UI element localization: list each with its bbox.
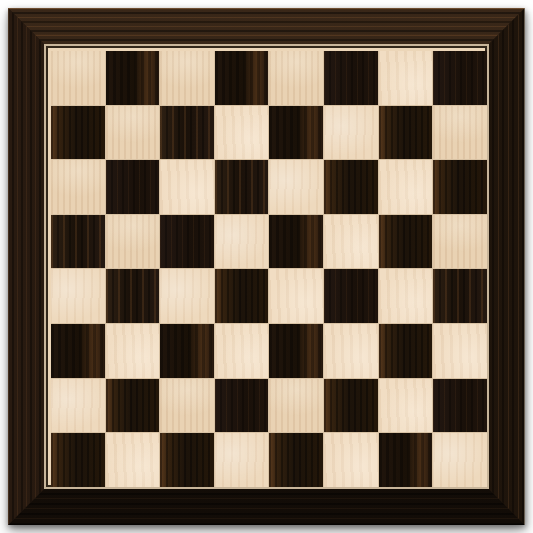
square-e5[interactable]: [269, 215, 323, 269]
square-d5[interactable]: [215, 215, 269, 269]
square-g4[interactable]: [379, 269, 433, 323]
square-g7[interactable]: [379, 106, 433, 160]
square-h7[interactable]: [433, 106, 487, 160]
square-a2[interactable]: [51, 379, 105, 433]
square-h2[interactable]: [433, 379, 487, 433]
square-b1[interactable]: [106, 433, 160, 487]
square-g1[interactable]: [379, 433, 433, 487]
square-a8[interactable]: [51, 51, 105, 105]
square-a5[interactable]: [51, 215, 105, 269]
square-e3[interactable]: [269, 324, 323, 378]
square-b8[interactable]: [106, 51, 160, 105]
square-d6[interactable]: [215, 160, 269, 214]
square-g5[interactable]: [379, 215, 433, 269]
square-a3[interactable]: [51, 324, 105, 378]
square-b7[interactable]: [106, 106, 160, 160]
square-h8[interactable]: [433, 51, 487, 105]
square-e7[interactable]: [269, 106, 323, 160]
square-f5[interactable]: [324, 215, 378, 269]
square-g2[interactable]: [379, 379, 433, 433]
square-c5[interactable]: [160, 215, 214, 269]
square-h4[interactable]: [433, 269, 487, 323]
square-e2[interactable]: [269, 379, 323, 433]
square-a4[interactable]: [51, 269, 105, 323]
square-g8[interactable]: [379, 51, 433, 105]
page-background: [0, 0, 533, 533]
square-c2[interactable]: [160, 379, 214, 433]
square-c4[interactable]: [160, 269, 214, 323]
square-f1[interactable]: [324, 433, 378, 487]
square-e6[interactable]: [269, 160, 323, 214]
square-f2[interactable]: [324, 379, 378, 433]
square-b2[interactable]: [106, 379, 160, 433]
square-c1[interactable]: [160, 433, 214, 487]
square-e4[interactable]: [269, 269, 323, 323]
square-c3[interactable]: [160, 324, 214, 378]
square-h1[interactable]: [433, 433, 487, 487]
square-b3[interactable]: [106, 324, 160, 378]
square-f8[interactable]: [324, 51, 378, 105]
square-d8[interactable]: [215, 51, 269, 105]
square-a6[interactable]: [51, 160, 105, 214]
square-g3[interactable]: [379, 324, 433, 378]
square-c6[interactable]: [160, 160, 214, 214]
chess-board: [8, 8, 525, 525]
square-c8[interactable]: [160, 51, 214, 105]
square-b6[interactable]: [106, 160, 160, 214]
inlay-outer-line: [44, 44, 489, 489]
square-e1[interactable]: [269, 433, 323, 487]
inlay-cream-margin: [48, 48, 485, 485]
square-f7[interactable]: [324, 106, 378, 160]
square-f3[interactable]: [324, 324, 378, 378]
inlay-dark-line: [46, 46, 487, 487]
square-h3[interactable]: [433, 324, 487, 378]
square-d4[interactable]: [215, 269, 269, 323]
square-b4[interactable]: [106, 269, 160, 323]
square-d3[interactable]: [215, 324, 269, 378]
square-h5[interactable]: [433, 215, 487, 269]
square-d7[interactable]: [215, 106, 269, 160]
square-d1[interactable]: [215, 433, 269, 487]
square-g6[interactable]: [379, 160, 433, 214]
board-grid: [51, 51, 487, 487]
square-c7[interactable]: [160, 106, 214, 160]
square-b5[interactable]: [106, 215, 160, 269]
square-f4[interactable]: [324, 269, 378, 323]
square-f6[interactable]: [324, 160, 378, 214]
square-d2[interactable]: [215, 379, 269, 433]
square-e8[interactable]: [269, 51, 323, 105]
square-h6[interactable]: [433, 160, 487, 214]
square-a7[interactable]: [51, 106, 105, 160]
square-a1[interactable]: [51, 433, 105, 487]
